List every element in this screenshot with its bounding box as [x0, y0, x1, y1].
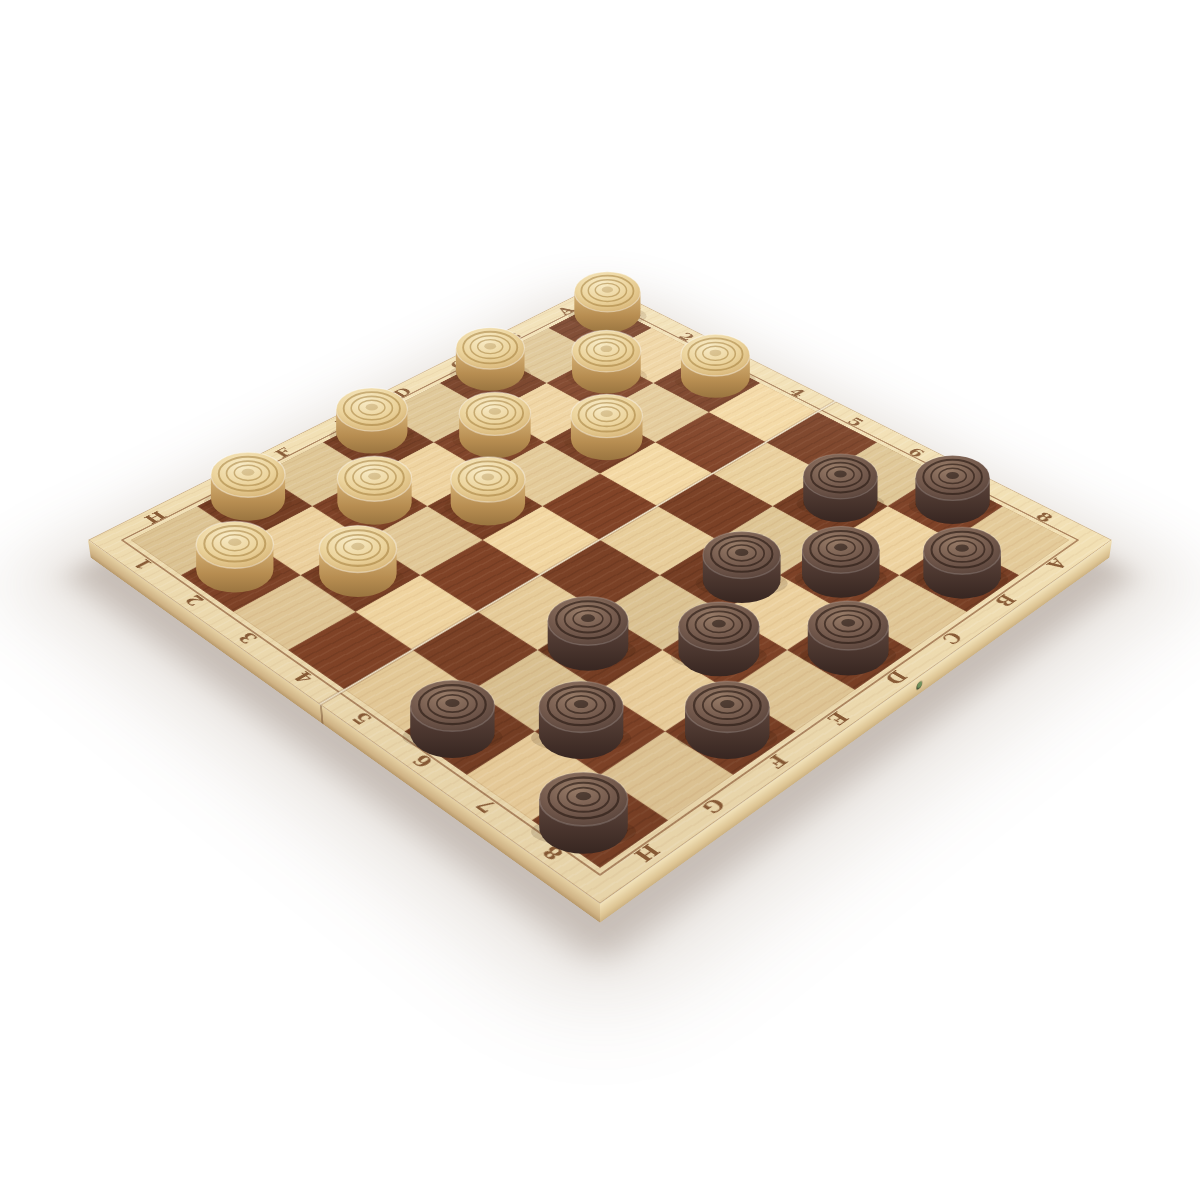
checker-white-e3 [439, 438, 537, 536]
checker-black-f8 [672, 660, 783, 771]
checker-white-g3 [307, 506, 409, 608]
checker-black-d8 [795, 581, 901, 687]
checker-white-h2 [184, 502, 286, 604]
checker-black-b8 [911, 508, 1013, 610]
pieces-layer [0, 0, 1200, 1200]
checker-black-h8 [525, 750, 642, 867]
checker-black-h6 [397, 659, 508, 770]
checker-white-c3 [560, 376, 654, 470]
checker-white-a3 [670, 317, 761, 408]
